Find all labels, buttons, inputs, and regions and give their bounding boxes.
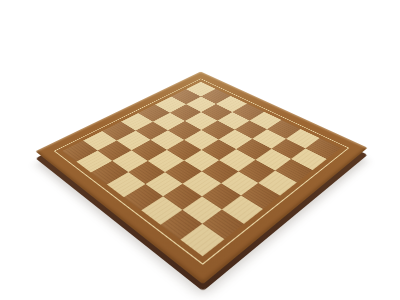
product-photo-scene: [0, 0, 400, 300]
board-grid: [62, 82, 341, 256]
chess-board: [35, 72, 367, 285]
